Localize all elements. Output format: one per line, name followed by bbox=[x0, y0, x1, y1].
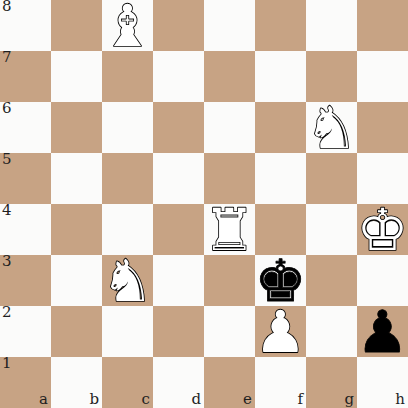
square-c5[interactable] bbox=[102, 153, 153, 204]
square-a4[interactable] bbox=[0, 204, 51, 255]
white-king-h4[interactable]: ♚ bbox=[357, 204, 408, 255]
square-b4[interactable] bbox=[51, 204, 102, 255]
square-c3[interactable]: ♞ bbox=[102, 255, 153, 306]
square-a6[interactable] bbox=[0, 102, 51, 153]
square-g2[interactable] bbox=[306, 306, 357, 357]
square-a2[interactable] bbox=[0, 306, 51, 357]
square-f7[interactable] bbox=[255, 51, 306, 102]
square-d2[interactable] bbox=[153, 306, 204, 357]
square-b1[interactable] bbox=[51, 357, 102, 408]
square-d3[interactable] bbox=[153, 255, 204, 306]
square-b8[interactable] bbox=[51, 0, 102, 51]
white-rook-e4[interactable]: ♜ bbox=[204, 204, 255, 255]
square-b2[interactable] bbox=[51, 306, 102, 357]
square-f8[interactable] bbox=[255, 0, 306, 51]
square-g5[interactable] bbox=[306, 153, 357, 204]
square-g1[interactable] bbox=[306, 357, 357, 408]
square-e6[interactable] bbox=[204, 102, 255, 153]
square-f1[interactable] bbox=[255, 357, 306, 408]
square-g8[interactable] bbox=[306, 0, 357, 51]
square-h7[interactable] bbox=[357, 51, 408, 102]
square-d4[interactable] bbox=[153, 204, 204, 255]
square-e3[interactable] bbox=[204, 255, 255, 306]
square-e4[interactable]: ♜ bbox=[204, 204, 255, 255]
square-c7[interactable] bbox=[102, 51, 153, 102]
square-e1[interactable] bbox=[204, 357, 255, 408]
svg-text:♞: ♞ bbox=[102, 247, 154, 315]
square-g4[interactable] bbox=[306, 204, 357, 255]
square-e2[interactable] bbox=[204, 306, 255, 357]
svg-text:♟: ♟ bbox=[357, 298, 408, 366]
square-h8[interactable] bbox=[357, 0, 408, 51]
square-b5[interactable] bbox=[51, 153, 102, 204]
board-grid: ♝♞♜♚♞♚♟♟ bbox=[0, 0, 408, 408]
square-a8[interactable] bbox=[0, 0, 51, 51]
square-h6[interactable] bbox=[357, 102, 408, 153]
square-h2[interactable]: ♟ bbox=[357, 306, 408, 357]
white-knight-g6[interactable]: ♞ bbox=[306, 102, 357, 153]
svg-text:♜: ♜ bbox=[204, 196, 256, 264]
square-e7[interactable] bbox=[204, 51, 255, 102]
square-b6[interactable] bbox=[51, 102, 102, 153]
square-a1[interactable] bbox=[0, 357, 51, 408]
square-f5[interactable] bbox=[255, 153, 306, 204]
white-knight-c3[interactable]: ♞ bbox=[102, 255, 153, 306]
square-b3[interactable] bbox=[51, 255, 102, 306]
white-pawn-f2[interactable]: ♟ bbox=[255, 306, 306, 357]
square-g3[interactable] bbox=[306, 255, 357, 306]
square-h1[interactable] bbox=[357, 357, 408, 408]
square-c6[interactable] bbox=[102, 102, 153, 153]
square-d7[interactable] bbox=[153, 51, 204, 102]
square-e8[interactable] bbox=[204, 0, 255, 51]
square-c8[interactable]: ♝ bbox=[102, 0, 153, 51]
svg-text:♟: ♟ bbox=[255, 298, 307, 366]
square-d1[interactable] bbox=[153, 357, 204, 408]
square-d5[interactable] bbox=[153, 153, 204, 204]
white-bishop-c8[interactable]: ♝ bbox=[102, 0, 153, 51]
square-g6[interactable]: ♞ bbox=[306, 102, 357, 153]
square-a5[interactable] bbox=[0, 153, 51, 204]
svg-text:♚: ♚ bbox=[357, 196, 408, 264]
chess-board: ♝♞♜♚♞♚♟♟ 87654321abcdefgh bbox=[0, 0, 408, 408]
square-a7[interactable] bbox=[0, 51, 51, 102]
square-c1[interactable] bbox=[102, 357, 153, 408]
square-b7[interactable] bbox=[51, 51, 102, 102]
black-pawn-h2[interactable]: ♟ bbox=[357, 306, 408, 357]
square-f2[interactable]: ♟ bbox=[255, 306, 306, 357]
svg-text:♞: ♞ bbox=[306, 94, 358, 162]
square-d8[interactable] bbox=[153, 0, 204, 51]
square-f6[interactable] bbox=[255, 102, 306, 153]
square-h4[interactable]: ♚ bbox=[357, 204, 408, 255]
square-a3[interactable] bbox=[0, 255, 51, 306]
square-d6[interactable] bbox=[153, 102, 204, 153]
square-c2[interactable] bbox=[102, 306, 153, 357]
